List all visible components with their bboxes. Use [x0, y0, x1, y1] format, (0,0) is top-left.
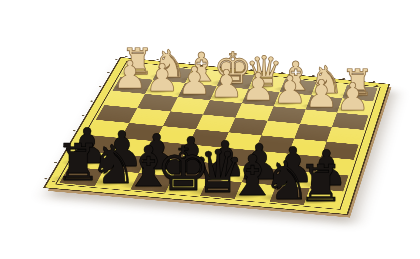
white-pawn-h2[interactable]: ♟ — [111, 56, 149, 94]
border-dot — [44, 178, 48, 180]
black-rook-h8[interactable]: ♜ — [53, 137, 104, 188]
border-dot — [99, 86, 102, 87]
border-dot — [90, 100, 93, 101]
white-pawn-g2[interactable]: ♟ — [143, 59, 181, 97]
photo-scene: ♜♞♝♛♚♝♞♜♟♟♟♟♟♟♟♟♟♟♟♟♟♟♟♟♜♞♝♛♚♝♞♜ — [0, 0, 420, 259]
border-dot — [107, 72, 110, 73]
border-dot — [81, 115, 84, 116]
